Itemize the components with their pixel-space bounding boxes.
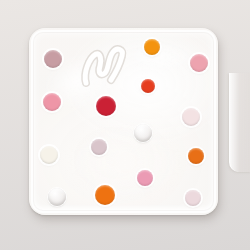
adjacent-glass-edge	[229, 73, 250, 172]
glass-dot-orange	[95, 185, 115, 205]
glass-dot-red-orange	[141, 79, 155, 93]
photo-glass-coaster	[0, 0, 250, 250]
glass-dot-clear	[134, 124, 152, 142]
glass-dot-pink	[137, 170, 153, 186]
glass-dot-pale-blush	[182, 108, 200, 126]
glass-dot-pale-pink	[185, 190, 201, 206]
glass-dot-dusty-rose	[44, 50, 62, 68]
glass-dot-ivory	[40, 146, 58, 164]
glass-dot-rose-pink	[190, 54, 208, 72]
glass-dot-crimson	[96, 96, 116, 116]
glass-dot-pink	[43, 93, 61, 111]
glass-dot-pale-mauve	[91, 139, 107, 155]
dot-layer	[0, 0, 250, 250]
glass-dot-orange	[144, 39, 160, 55]
glass-dot-clear	[48, 188, 66, 206]
glass-dot-orange	[188, 148, 204, 164]
